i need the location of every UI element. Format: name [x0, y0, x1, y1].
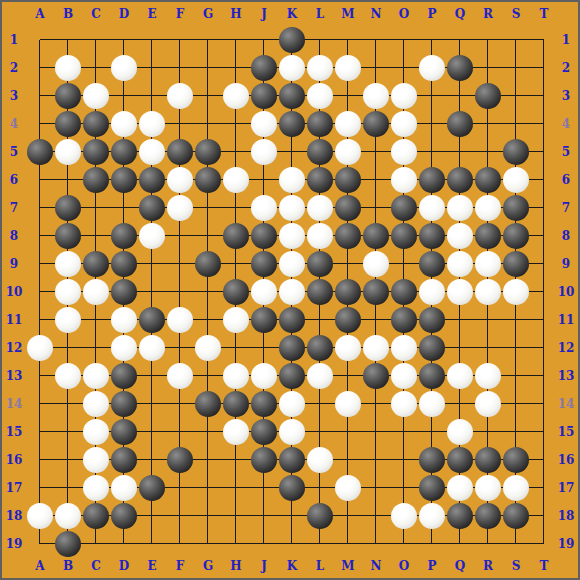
intersection-Q4[interactable]: [446, 110, 474, 138]
intersection-C5[interactable]: [82, 138, 110, 166]
intersection-J9[interactable]: [250, 250, 278, 278]
intersection-E10[interactable]: [138, 278, 166, 306]
intersection-N12[interactable]: [362, 334, 390, 362]
intersection-C18[interactable]: [82, 502, 110, 530]
intersection-D15[interactable]: [110, 418, 138, 446]
intersection-J10[interactable]: [250, 278, 278, 306]
intersection-T6[interactable]: [530, 166, 558, 194]
intersection-F17[interactable]: [166, 474, 194, 502]
intersection-Q2[interactable]: [446, 54, 474, 82]
intersection-P9[interactable]: [418, 250, 446, 278]
intersection-C19[interactable]: [82, 530, 110, 558]
intersection-R14[interactable]: [474, 390, 502, 418]
intersection-E16[interactable]: [138, 446, 166, 474]
intersection-E7[interactable]: [138, 194, 166, 222]
intersection-J17[interactable]: [250, 474, 278, 502]
intersection-K16[interactable]: [278, 446, 306, 474]
intersection-S19[interactable]: [502, 530, 530, 558]
intersection-O2[interactable]: [390, 54, 418, 82]
intersection-J15[interactable]: [250, 418, 278, 446]
intersection-Q7[interactable]: [446, 194, 474, 222]
intersection-Q12[interactable]: [446, 334, 474, 362]
intersection-L1[interactable]: [306, 26, 334, 54]
intersection-J16[interactable]: [250, 446, 278, 474]
intersection-M12[interactable]: [334, 334, 362, 362]
intersection-L18[interactable]: [306, 502, 334, 530]
intersection-O15[interactable]: [390, 418, 418, 446]
intersection-L13[interactable]: [306, 362, 334, 390]
intersection-H9[interactable]: [222, 250, 250, 278]
intersection-T16[interactable]: [530, 446, 558, 474]
intersection-H19[interactable]: [222, 530, 250, 558]
intersection-D18[interactable]: [110, 502, 138, 530]
intersection-P16[interactable]: [418, 446, 446, 474]
intersection-T7[interactable]: [530, 194, 558, 222]
intersection-F14[interactable]: [166, 390, 194, 418]
intersection-N4[interactable]: [362, 110, 390, 138]
intersection-D8[interactable]: [110, 222, 138, 250]
intersection-P14[interactable]: [418, 390, 446, 418]
intersection-P12[interactable]: [418, 334, 446, 362]
intersection-N18[interactable]: [362, 502, 390, 530]
intersection-O9[interactable]: [390, 250, 418, 278]
intersection-A15[interactable]: [26, 418, 54, 446]
intersection-N3[interactable]: [362, 82, 390, 110]
intersection-O8[interactable]: [390, 222, 418, 250]
intersection-Q8[interactable]: [446, 222, 474, 250]
intersection-A2[interactable]: [26, 54, 54, 82]
intersection-T18[interactable]: [530, 502, 558, 530]
intersection-T11[interactable]: [530, 306, 558, 334]
intersection-S18[interactable]: [502, 502, 530, 530]
intersection-Q17[interactable]: [446, 474, 474, 502]
intersection-D17[interactable]: [110, 474, 138, 502]
intersection-C1[interactable]: [82, 26, 110, 54]
intersection-C9[interactable]: [82, 250, 110, 278]
intersection-D11[interactable]: [110, 306, 138, 334]
intersection-A14[interactable]: [26, 390, 54, 418]
intersection-R13[interactable]: [474, 362, 502, 390]
intersection-P5[interactable]: [418, 138, 446, 166]
intersection-A9[interactable]: [26, 250, 54, 278]
intersection-A19[interactable]: [26, 530, 54, 558]
intersection-Q19[interactable]: [446, 530, 474, 558]
intersection-E17[interactable]: [138, 474, 166, 502]
intersection-H13[interactable]: [222, 362, 250, 390]
intersection-A1[interactable]: [26, 26, 54, 54]
intersection-E6[interactable]: [138, 166, 166, 194]
intersection-N13[interactable]: [362, 362, 390, 390]
intersection-M19[interactable]: [334, 530, 362, 558]
intersection-G14[interactable]: [194, 390, 222, 418]
intersection-L7[interactable]: [306, 194, 334, 222]
intersection-K11[interactable]: [278, 306, 306, 334]
intersection-C10[interactable]: [82, 278, 110, 306]
intersection-E18[interactable]: [138, 502, 166, 530]
intersection-P17[interactable]: [418, 474, 446, 502]
intersection-K4[interactable]: [278, 110, 306, 138]
intersection-D14[interactable]: [110, 390, 138, 418]
intersection-S2[interactable]: [502, 54, 530, 82]
intersection-F1[interactable]: [166, 26, 194, 54]
intersection-E2[interactable]: [138, 54, 166, 82]
intersection-Q14[interactable]: [446, 390, 474, 418]
intersection-L10[interactable]: [306, 278, 334, 306]
intersection-Q5[interactable]: [446, 138, 474, 166]
intersection-A12[interactable]: [26, 334, 54, 362]
intersection-A18[interactable]: [26, 502, 54, 530]
intersection-P18[interactable]: [418, 502, 446, 530]
intersection-N11[interactable]: [362, 306, 390, 334]
intersection-T15[interactable]: [530, 418, 558, 446]
intersection-Q3[interactable]: [446, 82, 474, 110]
intersection-R12[interactable]: [474, 334, 502, 362]
intersection-J5[interactable]: [250, 138, 278, 166]
intersection-C15[interactable]: [82, 418, 110, 446]
intersection-H10[interactable]: [222, 278, 250, 306]
intersection-D13[interactable]: [110, 362, 138, 390]
intersection-L19[interactable]: [306, 530, 334, 558]
intersection-B10[interactable]: [54, 278, 82, 306]
intersection-S16[interactable]: [502, 446, 530, 474]
intersection-O18[interactable]: [390, 502, 418, 530]
intersection-D1[interactable]: [110, 26, 138, 54]
intersection-G9[interactable]: [194, 250, 222, 278]
intersection-A13[interactable]: [26, 362, 54, 390]
intersection-R15[interactable]: [474, 418, 502, 446]
intersection-L8[interactable]: [306, 222, 334, 250]
intersection-H8[interactable]: [222, 222, 250, 250]
intersection-S10[interactable]: [502, 278, 530, 306]
intersection-T13[interactable]: [530, 362, 558, 390]
intersection-D5[interactable]: [110, 138, 138, 166]
intersection-O3[interactable]: [390, 82, 418, 110]
intersection-T3[interactable]: [530, 82, 558, 110]
intersection-A6[interactable]: [26, 166, 54, 194]
intersection-P6[interactable]: [418, 166, 446, 194]
intersection-J1[interactable]: [250, 26, 278, 54]
intersection-M18[interactable]: [334, 502, 362, 530]
intersection-P3[interactable]: [418, 82, 446, 110]
intersection-O5[interactable]: [390, 138, 418, 166]
intersection-K19[interactable]: [278, 530, 306, 558]
intersection-P13[interactable]: [418, 362, 446, 390]
intersection-G10[interactable]: [194, 278, 222, 306]
intersection-G8[interactable]: [194, 222, 222, 250]
intersection-M2[interactable]: [334, 54, 362, 82]
intersection-R3[interactable]: [474, 82, 502, 110]
intersection-A7[interactable]: [26, 194, 54, 222]
intersection-L16[interactable]: [306, 446, 334, 474]
intersection-F6[interactable]: [166, 166, 194, 194]
intersection-J18[interactable]: [250, 502, 278, 530]
intersection-C6[interactable]: [82, 166, 110, 194]
intersection-K7[interactable]: [278, 194, 306, 222]
intersection-H17[interactable]: [222, 474, 250, 502]
intersection-B2[interactable]: [54, 54, 82, 82]
intersection-P1[interactable]: [418, 26, 446, 54]
intersection-L12[interactable]: [306, 334, 334, 362]
intersection-K3[interactable]: [278, 82, 306, 110]
intersection-Q6[interactable]: [446, 166, 474, 194]
intersection-J3[interactable]: [250, 82, 278, 110]
intersection-K6[interactable]: [278, 166, 306, 194]
intersection-C7[interactable]: [82, 194, 110, 222]
intersection-A8[interactable]: [26, 222, 54, 250]
intersection-O13[interactable]: [390, 362, 418, 390]
intersection-H7[interactable]: [222, 194, 250, 222]
intersection-T12[interactable]: [530, 334, 558, 362]
intersection-H11[interactable]: [222, 306, 250, 334]
intersection-E14[interactable]: [138, 390, 166, 418]
intersection-B1[interactable]: [54, 26, 82, 54]
intersection-F2[interactable]: [166, 54, 194, 82]
intersection-S7[interactable]: [502, 194, 530, 222]
intersection-F11[interactable]: [166, 306, 194, 334]
intersection-J6[interactable]: [250, 166, 278, 194]
intersection-N9[interactable]: [362, 250, 390, 278]
intersection-Q9[interactable]: [446, 250, 474, 278]
intersection-T4[interactable]: [530, 110, 558, 138]
intersection-B16[interactable]: [54, 446, 82, 474]
intersection-D4[interactable]: [110, 110, 138, 138]
intersection-O11[interactable]: [390, 306, 418, 334]
intersection-A10[interactable]: [26, 278, 54, 306]
intersection-F3[interactable]: [166, 82, 194, 110]
intersection-F13[interactable]: [166, 362, 194, 390]
intersection-F5[interactable]: [166, 138, 194, 166]
intersection-F8[interactable]: [166, 222, 194, 250]
intersection-L6[interactable]: [306, 166, 334, 194]
intersection-R10[interactable]: [474, 278, 502, 306]
intersection-H3[interactable]: [222, 82, 250, 110]
intersection-G17[interactable]: [194, 474, 222, 502]
intersection-L15[interactable]: [306, 418, 334, 446]
intersection-D19[interactable]: [110, 530, 138, 558]
intersection-T9[interactable]: [530, 250, 558, 278]
intersection-C14[interactable]: [82, 390, 110, 418]
intersection-D16[interactable]: [110, 446, 138, 474]
intersection-B9[interactable]: [54, 250, 82, 278]
intersection-M7[interactable]: [334, 194, 362, 222]
intersection-P2[interactable]: [418, 54, 446, 82]
intersection-A4[interactable]: [26, 110, 54, 138]
intersection-M16[interactable]: [334, 446, 362, 474]
intersection-P11[interactable]: [418, 306, 446, 334]
intersection-S6[interactable]: [502, 166, 530, 194]
intersection-G1[interactable]: [194, 26, 222, 54]
intersection-L11[interactable]: [306, 306, 334, 334]
intersection-T2[interactable]: [530, 54, 558, 82]
intersection-Q16[interactable]: [446, 446, 474, 474]
intersection-F9[interactable]: [166, 250, 194, 278]
intersection-F18[interactable]: [166, 502, 194, 530]
intersection-T8[interactable]: [530, 222, 558, 250]
intersection-C16[interactable]: [82, 446, 110, 474]
intersection-J2[interactable]: [250, 54, 278, 82]
intersection-S17[interactable]: [502, 474, 530, 502]
intersection-C12[interactable]: [82, 334, 110, 362]
intersection-N8[interactable]: [362, 222, 390, 250]
intersection-K14[interactable]: [278, 390, 306, 418]
intersection-T1[interactable]: [530, 26, 558, 54]
intersection-N10[interactable]: [362, 278, 390, 306]
intersection-R9[interactable]: [474, 250, 502, 278]
intersection-L14[interactable]: [306, 390, 334, 418]
intersection-F12[interactable]: [166, 334, 194, 362]
intersection-O17[interactable]: [390, 474, 418, 502]
intersection-Q18[interactable]: [446, 502, 474, 530]
intersection-R6[interactable]: [474, 166, 502, 194]
intersection-G16[interactable]: [194, 446, 222, 474]
intersection-G11[interactable]: [194, 306, 222, 334]
intersection-H14[interactable]: [222, 390, 250, 418]
intersection-E5[interactable]: [138, 138, 166, 166]
intersection-M4[interactable]: [334, 110, 362, 138]
intersection-E8[interactable]: [138, 222, 166, 250]
intersection-M11[interactable]: [334, 306, 362, 334]
intersection-K13[interactable]: [278, 362, 306, 390]
intersection-P10[interactable]: [418, 278, 446, 306]
intersection-H1[interactable]: [222, 26, 250, 54]
intersection-E11[interactable]: [138, 306, 166, 334]
intersection-Q10[interactable]: [446, 278, 474, 306]
intersection-B8[interactable]: [54, 222, 82, 250]
intersection-B17[interactable]: [54, 474, 82, 502]
intersection-L17[interactable]: [306, 474, 334, 502]
intersection-O4[interactable]: [390, 110, 418, 138]
intersection-K5[interactable]: [278, 138, 306, 166]
intersection-R1[interactable]: [474, 26, 502, 54]
intersection-M8[interactable]: [334, 222, 362, 250]
intersection-P19[interactable]: [418, 530, 446, 558]
intersection-M5[interactable]: [334, 138, 362, 166]
intersection-M1[interactable]: [334, 26, 362, 54]
intersection-F15[interactable]: [166, 418, 194, 446]
intersection-B14[interactable]: [54, 390, 82, 418]
intersection-O1[interactable]: [390, 26, 418, 54]
intersection-A3[interactable]: [26, 82, 54, 110]
intersection-S13[interactable]: [502, 362, 530, 390]
intersection-M17[interactable]: [334, 474, 362, 502]
intersection-R7[interactable]: [474, 194, 502, 222]
intersection-B19[interactable]: [54, 530, 82, 558]
intersection-A16[interactable]: [26, 446, 54, 474]
intersection-E3[interactable]: [138, 82, 166, 110]
intersection-F7[interactable]: [166, 194, 194, 222]
intersection-P4[interactable]: [418, 110, 446, 138]
intersection-E13[interactable]: [138, 362, 166, 390]
intersection-B18[interactable]: [54, 502, 82, 530]
intersection-N6[interactable]: [362, 166, 390, 194]
intersection-C11[interactable]: [82, 306, 110, 334]
intersection-Q11[interactable]: [446, 306, 474, 334]
intersection-H15[interactable]: [222, 418, 250, 446]
intersection-B12[interactable]: [54, 334, 82, 362]
intersection-T10[interactable]: [530, 278, 558, 306]
intersection-R16[interactable]: [474, 446, 502, 474]
intersection-N19[interactable]: [362, 530, 390, 558]
intersection-L5[interactable]: [306, 138, 334, 166]
intersection-N2[interactable]: [362, 54, 390, 82]
intersection-E15[interactable]: [138, 418, 166, 446]
intersection-J8[interactable]: [250, 222, 278, 250]
intersection-Q1[interactable]: [446, 26, 474, 54]
intersection-H4[interactable]: [222, 110, 250, 138]
intersection-H12[interactable]: [222, 334, 250, 362]
intersection-A5[interactable]: [26, 138, 54, 166]
intersection-H2[interactable]: [222, 54, 250, 82]
intersection-S14[interactable]: [502, 390, 530, 418]
intersection-R11[interactable]: [474, 306, 502, 334]
intersection-S11[interactable]: [502, 306, 530, 334]
intersection-T19[interactable]: [530, 530, 558, 558]
intersection-G2[interactable]: [194, 54, 222, 82]
intersection-J14[interactable]: [250, 390, 278, 418]
intersection-M15[interactable]: [334, 418, 362, 446]
intersection-R5[interactable]: [474, 138, 502, 166]
intersection-N7[interactable]: [362, 194, 390, 222]
intersection-L4[interactable]: [306, 110, 334, 138]
intersection-E12[interactable]: [138, 334, 166, 362]
intersection-G19[interactable]: [194, 530, 222, 558]
intersection-S8[interactable]: [502, 222, 530, 250]
intersection-L9[interactable]: [306, 250, 334, 278]
intersection-R18[interactable]: [474, 502, 502, 530]
intersection-D6[interactable]: [110, 166, 138, 194]
intersection-G15[interactable]: [194, 418, 222, 446]
intersection-N5[interactable]: [362, 138, 390, 166]
intersection-Q15[interactable]: [446, 418, 474, 446]
intersection-B4[interactable]: [54, 110, 82, 138]
intersection-E9[interactable]: [138, 250, 166, 278]
intersection-B5[interactable]: [54, 138, 82, 166]
intersection-B6[interactable]: [54, 166, 82, 194]
intersection-G3[interactable]: [194, 82, 222, 110]
intersection-M10[interactable]: [334, 278, 362, 306]
intersection-T14[interactable]: [530, 390, 558, 418]
intersection-H6[interactable]: [222, 166, 250, 194]
intersection-R17[interactable]: [474, 474, 502, 502]
intersection-L2[interactable]: [306, 54, 334, 82]
intersection-O7[interactable]: [390, 194, 418, 222]
intersection-A11[interactable]: [26, 306, 54, 334]
intersection-C8[interactable]: [82, 222, 110, 250]
intersection-D12[interactable]: [110, 334, 138, 362]
intersection-H18[interactable]: [222, 502, 250, 530]
intersection-E1[interactable]: [138, 26, 166, 54]
intersection-N1[interactable]: [362, 26, 390, 54]
intersection-F19[interactable]: [166, 530, 194, 558]
intersection-F4[interactable]: [166, 110, 194, 138]
intersection-D10[interactable]: [110, 278, 138, 306]
intersection-E4[interactable]: [138, 110, 166, 138]
intersection-K2[interactable]: [278, 54, 306, 82]
intersection-P7[interactable]: [418, 194, 446, 222]
intersection-G12[interactable]: [194, 334, 222, 362]
intersection-K8[interactable]: [278, 222, 306, 250]
intersection-A17[interactable]: [26, 474, 54, 502]
intersection-N16[interactable]: [362, 446, 390, 474]
intersection-D9[interactable]: [110, 250, 138, 278]
intersection-S4[interactable]: [502, 110, 530, 138]
intersection-K9[interactable]: [278, 250, 306, 278]
intersection-B3[interactable]: [54, 82, 82, 110]
intersection-R4[interactable]: [474, 110, 502, 138]
intersection-B13[interactable]: [54, 362, 82, 390]
intersection-K18[interactable]: [278, 502, 306, 530]
intersection-M9[interactable]: [334, 250, 362, 278]
